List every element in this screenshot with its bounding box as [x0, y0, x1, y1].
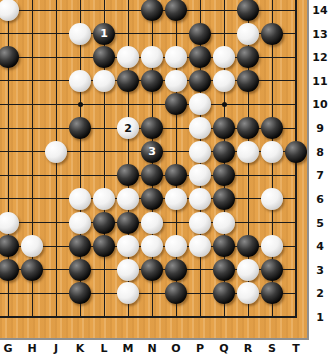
column-label-T: T [292, 342, 300, 355]
stone-R9[interactable] [237, 117, 259, 139]
stone-O2[interactable] [165, 282, 187, 304]
row-label-8: 8 [316, 145, 324, 158]
stone-G14[interactable] [0, 0, 19, 21]
move-number-label: 1 [100, 28, 108, 39]
star-point-K10 [78, 102, 83, 107]
row-label-7: 7 [316, 169, 324, 182]
column-label-S: S [268, 342, 276, 355]
stone-Q4[interactable] [213, 235, 235, 257]
stone-M6[interactable] [117, 188, 139, 210]
stone-P9[interactable] [189, 117, 211, 139]
stone-K13[interactable] [69, 23, 91, 45]
column-label-P: P [196, 342, 204, 355]
stone-K2[interactable] [69, 282, 91, 304]
stone-N5[interactable] [141, 212, 163, 234]
stone-J8[interactable] [45, 141, 67, 163]
stone-O11[interactable] [165, 70, 187, 92]
column-label-Q: Q [219, 342, 228, 355]
stone-M3[interactable] [117, 259, 139, 281]
stone-S8[interactable] [261, 141, 283, 163]
stone-R13[interactable] [237, 23, 259, 45]
stone-P8[interactable] [189, 141, 211, 163]
stone-N4[interactable] [141, 235, 163, 257]
stone-G4[interactable] [0, 235, 19, 257]
column-label-J: J [54, 342, 58, 355]
stone-S2[interactable] [261, 282, 283, 304]
stone-O10[interactable] [165, 93, 187, 115]
stone-G12[interactable] [0, 46, 19, 68]
row-label-11: 11 [312, 74, 327, 87]
column-label-R: R [244, 342, 252, 355]
stone-L6[interactable] [93, 188, 115, 210]
stone-N9[interactable] [141, 117, 163, 139]
stone-S3[interactable] [261, 259, 283, 281]
stone-O4[interactable] [165, 235, 187, 257]
stone-R12[interactable] [237, 46, 259, 68]
stone-P11[interactable] [189, 70, 211, 92]
stone-H3[interactable] [21, 259, 43, 281]
stone-M5[interactable] [117, 212, 139, 234]
stone-M11[interactable] [117, 70, 139, 92]
column-label-G: G [3, 342, 12, 355]
column-coordinate-strip [0, 340, 332, 356]
stone-K4[interactable] [69, 235, 91, 257]
stone-K5[interactable] [69, 212, 91, 234]
row-label-5: 5 [316, 216, 324, 229]
stone-M9[interactable]: 2 [117, 117, 139, 139]
stone-P12[interactable] [189, 46, 211, 68]
stone-R2[interactable] [237, 282, 259, 304]
stone-L11[interactable] [93, 70, 115, 92]
row-label-10: 10 [312, 98, 327, 111]
stone-G5[interactable] [0, 212, 19, 234]
stone-O6[interactable] [165, 188, 187, 210]
move-number-label: 2 [124, 123, 132, 134]
stone-H4[interactable] [21, 235, 43, 257]
stone-S9[interactable] [261, 117, 283, 139]
stone-K6[interactable] [69, 188, 91, 210]
stone-N3[interactable] [141, 259, 163, 281]
stone-Q12[interactable] [213, 46, 235, 68]
stone-O12[interactable] [165, 46, 187, 68]
stone-P13[interactable] [189, 23, 211, 45]
grid-line-horizontal [0, 316, 297, 318]
stone-S4[interactable] [261, 235, 283, 257]
row-label-4: 4 [316, 240, 324, 253]
stone-R14[interactable] [237, 0, 259, 21]
stone-K3[interactable] [69, 259, 91, 281]
row-label-1: 1 [316, 310, 324, 323]
stone-Q8[interactable] [213, 141, 235, 163]
row-label-3: 3 [316, 263, 324, 276]
stone-Q2[interactable] [213, 282, 235, 304]
column-label-L: L [100, 342, 107, 355]
column-label-N: N [147, 342, 156, 355]
row-label-9: 9 [316, 122, 324, 135]
stone-Q5[interactable] [213, 212, 235, 234]
stone-L12[interactable] [93, 46, 115, 68]
stone-M12[interactable] [117, 46, 139, 68]
column-label-K: K [76, 342, 85, 355]
row-label-12: 12 [312, 51, 327, 64]
stone-N7[interactable] [141, 164, 163, 186]
go-board[interactable]: 123 [0, 0, 309, 340]
stone-N8[interactable]: 3 [141, 141, 163, 163]
row-label-14: 14 [312, 4, 327, 17]
stone-R3[interactable] [237, 259, 259, 281]
stone-T8[interactable] [285, 141, 307, 163]
stone-Q11[interactable] [213, 70, 235, 92]
stone-S6[interactable] [261, 188, 283, 210]
move-number-label: 3 [148, 146, 156, 157]
star-point-Q10 [222, 102, 227, 107]
stone-L13[interactable]: 1 [93, 23, 115, 45]
row-label-6: 6 [316, 192, 324, 205]
column-label-O: O [171, 342, 180, 355]
row-label-13: 13 [312, 27, 327, 40]
stone-P7[interactable] [189, 164, 211, 186]
grid-line-horizontal [0, 104, 297, 105]
stone-M4[interactable] [117, 235, 139, 257]
stone-R4[interactable] [237, 235, 259, 257]
stone-S13[interactable] [261, 23, 283, 45]
column-label-H: H [27, 342, 36, 355]
stone-M2[interactable] [117, 282, 139, 304]
stone-L4[interactable] [93, 235, 115, 257]
stone-N12[interactable] [141, 46, 163, 68]
stone-G3[interactable] [0, 259, 19, 281]
row-label-2: 2 [316, 287, 324, 300]
stone-Q3[interactable] [213, 259, 235, 281]
stone-R11[interactable] [237, 70, 259, 92]
stone-O14[interactable] [165, 0, 187, 21]
stone-O7[interactable] [165, 164, 187, 186]
stone-Q6[interactable] [213, 188, 235, 210]
stone-P4[interactable] [189, 235, 211, 257]
stone-Q7[interactable] [213, 164, 235, 186]
go-diagram: 123 GHJKLMNOPQRST1413121110987654321 [0, 0, 332, 356]
stone-L5[interactable] [93, 212, 115, 234]
stone-O3[interactable] [165, 259, 187, 281]
stone-M7[interactable] [117, 164, 139, 186]
stone-N14[interactable] [141, 0, 163, 21]
stone-P5[interactable] [189, 212, 211, 234]
stone-Q9[interactable] [213, 117, 235, 139]
stone-K11[interactable] [69, 70, 91, 92]
stone-P6[interactable] [189, 188, 211, 210]
stone-N11[interactable] [141, 70, 163, 92]
stone-N6[interactable] [141, 188, 163, 210]
stone-P10[interactable] [189, 93, 211, 115]
stone-K9[interactable] [69, 117, 91, 139]
column-label-M: M [123, 342, 134, 355]
stone-R8[interactable] [237, 141, 259, 163]
